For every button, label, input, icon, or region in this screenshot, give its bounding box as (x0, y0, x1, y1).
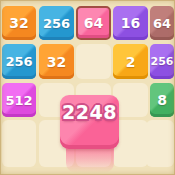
tile-value: 16 (121, 15, 140, 31)
tile-value: 256 (5, 54, 32, 69)
game-board: 3225664166425632225651282248 (0, 0, 175, 175)
tile-512[interactable]: 512 (2, 83, 36, 117)
logo-tile-glow (66, 147, 114, 173)
logo-tile-value: 2248 (62, 101, 117, 149)
empty-cell (2, 120, 36, 167)
tile-32[interactable]: 32 (2, 6, 36, 40)
tile-value: 32 (9, 15, 28, 31)
tile-256[interactable]: 256 (2, 44, 36, 79)
tile-16[interactable]: 16 (113, 6, 148, 40)
tile-value: 8 (157, 92, 167, 108)
tile-64[interactable]: 64 (150, 6, 174, 40)
tile-value: 64 (84, 15, 103, 31)
tile-256[interactable]: 256 (150, 44, 174, 79)
tile-value: 512 (5, 93, 32, 108)
tile-256[interactable]: 256 (39, 6, 74, 40)
tile-2[interactable]: 2 (113, 44, 148, 79)
empty-cell (146, 120, 174, 167)
tile-value: 32 (47, 54, 66, 70)
selected-tile-64[interactable]: 64 (76, 6, 111, 40)
tile-32[interactable]: 32 (39, 44, 74, 79)
logo-tile-2248[interactable]: 2248 (60, 95, 119, 149)
tile-value: 256 (43, 16, 70, 31)
tile-value: 256 (151, 55, 174, 68)
app-screenshot: 3225664166425632225651282248 (0, 0, 175, 175)
tile-value: 64 (153, 16, 171, 31)
tile-value: 2 (126, 54, 136, 70)
tile-8[interactable]: 8 (150, 83, 174, 117)
empty-cell (76, 44, 111, 79)
